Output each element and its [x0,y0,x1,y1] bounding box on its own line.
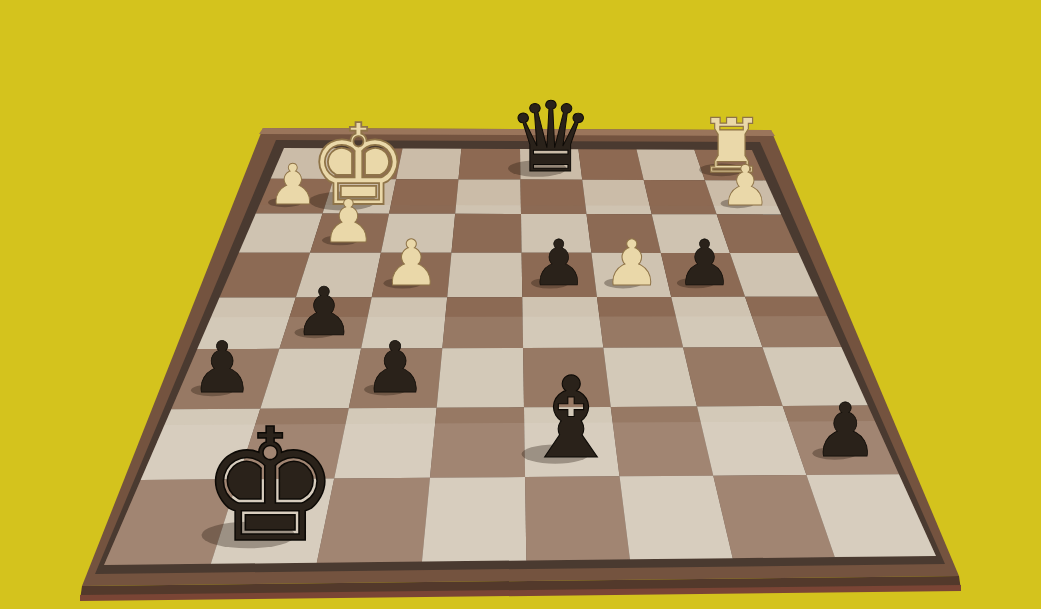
piece-black-pawn-h2[interactable]: ♟ [812,387,879,474]
piece-black-pawn-b4[interactable]: ♟ [294,273,354,351]
piece-black-bishop-e2[interactable]: ♝ [521,353,622,484]
piece-black-pawn-g5[interactable]: ♟ [676,226,733,300]
piece-white-pawn-h7[interactable]: ♟ [720,153,770,218]
piece-black-pawn-c3[interactable]: ♟ [364,326,427,409]
piece-black-queen-e8[interactable]: ♛ [507,81,594,194]
piece-black-pawn-e5[interactable]: ♟ [530,226,587,300]
square-d5[interactable] [447,253,522,297]
square-d6[interactable] [451,214,521,253]
piece-white-pawn-f5[interactable]: ♟ [604,226,661,300]
piece-white-pawn-c5[interactable]: ♟ [383,226,440,300]
scene-background: ♜♛♟♚♟♟♟♟♟♟♟♟♟♟♝♚ [0,0,1041,609]
chess-board: ♜♛♟♚♟♟♟♟♟♟♟♟♟♟♝♚ [0,0,1041,609]
piece-white-pawn-b6[interactable]: ♟ [322,187,375,256]
piece-black-king-b1[interactable]: ♚ [200,395,340,577]
piece-white-pawn-a7[interactable]: ♟ [268,152,318,217]
